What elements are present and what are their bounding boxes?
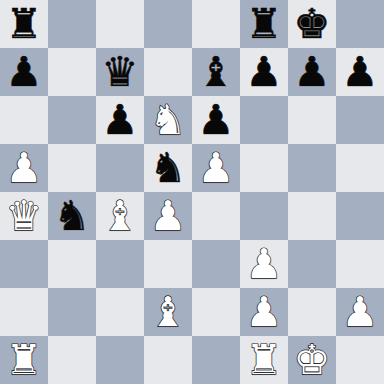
square-b3[interactable] bbox=[48, 240, 96, 288]
square-h5[interactable] bbox=[336, 144, 384, 192]
square-c5[interactable] bbox=[96, 144, 144, 192]
square-a3[interactable] bbox=[0, 240, 48, 288]
square-g4[interactable] bbox=[288, 192, 336, 240]
black-pawn[interactable]: ♟ bbox=[246, 48, 283, 96]
square-a5[interactable]: ♟ bbox=[0, 144, 48, 192]
square-e4[interactable] bbox=[192, 192, 240, 240]
square-g8[interactable]: ♚ bbox=[288, 0, 336, 48]
square-h7[interactable]: ♟ bbox=[336, 48, 384, 96]
square-f7[interactable]: ♟ bbox=[240, 48, 288, 96]
square-d6[interactable]: ♞ bbox=[144, 96, 192, 144]
square-h8[interactable] bbox=[336, 0, 384, 48]
square-a4[interactable]: ♛ bbox=[0, 192, 48, 240]
square-d7[interactable] bbox=[144, 48, 192, 96]
white-rook[interactable]: ♜ bbox=[6, 336, 43, 384]
square-h4[interactable] bbox=[336, 192, 384, 240]
square-e7[interactable]: ♝ bbox=[192, 48, 240, 96]
square-f3[interactable]: ♟ bbox=[240, 240, 288, 288]
black-king[interactable]: ♚ bbox=[294, 0, 331, 48]
square-f8[interactable]: ♜ bbox=[240, 0, 288, 48]
square-f1[interactable]: ♜ bbox=[240, 336, 288, 384]
black-knight[interactable]: ♞ bbox=[54, 192, 91, 240]
white-pawn[interactable]: ♟ bbox=[198, 144, 235, 192]
square-b1[interactable] bbox=[48, 336, 96, 384]
black-queen[interactable]: ♛ bbox=[102, 48, 139, 96]
square-g3[interactable] bbox=[288, 240, 336, 288]
square-d4[interactable]: ♟ bbox=[144, 192, 192, 240]
square-b7[interactable] bbox=[48, 48, 96, 96]
square-d1[interactable] bbox=[144, 336, 192, 384]
square-c7[interactable]: ♛ bbox=[96, 48, 144, 96]
white-knight[interactable]: ♞ bbox=[150, 96, 187, 144]
square-c4[interactable]: ♝ bbox=[96, 192, 144, 240]
square-e1[interactable] bbox=[192, 336, 240, 384]
square-c6[interactable]: ♟ bbox=[96, 96, 144, 144]
square-e2[interactable] bbox=[192, 288, 240, 336]
square-d3[interactable] bbox=[144, 240, 192, 288]
square-f6[interactable] bbox=[240, 96, 288, 144]
square-a2[interactable] bbox=[0, 288, 48, 336]
black-rook[interactable]: ♜ bbox=[6, 0, 43, 48]
square-a1[interactable]: ♜ bbox=[0, 336, 48, 384]
square-h1[interactable] bbox=[336, 336, 384, 384]
black-pawn[interactable]: ♟ bbox=[294, 48, 331, 96]
white-rook[interactable]: ♜ bbox=[246, 336, 283, 384]
square-e8[interactable] bbox=[192, 0, 240, 48]
white-pawn[interactable]: ♟ bbox=[246, 288, 283, 336]
square-a6[interactable] bbox=[0, 96, 48, 144]
square-b4[interactable]: ♞ bbox=[48, 192, 96, 240]
square-a7[interactable]: ♟ bbox=[0, 48, 48, 96]
square-b6[interactable] bbox=[48, 96, 96, 144]
square-a8[interactable]: ♜ bbox=[0, 0, 48, 48]
square-b2[interactable] bbox=[48, 288, 96, 336]
black-rook[interactable]: ♜ bbox=[246, 0, 283, 48]
square-d8[interactable] bbox=[144, 0, 192, 48]
square-e3[interactable] bbox=[192, 240, 240, 288]
square-g6[interactable] bbox=[288, 96, 336, 144]
white-bishop[interactable]: ♝ bbox=[102, 192, 139, 240]
black-knight[interactable]: ♞ bbox=[150, 144, 187, 192]
white-king[interactable]: ♚ bbox=[294, 336, 331, 384]
square-b5[interactable] bbox=[48, 144, 96, 192]
black-bishop[interactable]: ♝ bbox=[198, 48, 235, 96]
black-pawn[interactable]: ♟ bbox=[6, 48, 43, 96]
square-g5[interactable] bbox=[288, 144, 336, 192]
white-pawn[interactable]: ♟ bbox=[150, 192, 187, 240]
square-c1[interactable] bbox=[96, 336, 144, 384]
white-pawn[interactable]: ♟ bbox=[246, 240, 283, 288]
square-h6[interactable] bbox=[336, 96, 384, 144]
square-f2[interactable]: ♟ bbox=[240, 288, 288, 336]
square-g7[interactable]: ♟ bbox=[288, 48, 336, 96]
white-bishop[interactable]: ♝ bbox=[150, 288, 187, 336]
square-e6[interactable]: ♟ bbox=[192, 96, 240, 144]
square-d5[interactable]: ♞ bbox=[144, 144, 192, 192]
square-c8[interactable] bbox=[96, 0, 144, 48]
black-pawn[interactable]: ♟ bbox=[198, 96, 235, 144]
square-h2[interactable]: ♟ bbox=[336, 288, 384, 336]
square-e5[interactable]: ♟ bbox=[192, 144, 240, 192]
square-d2[interactable]: ♝ bbox=[144, 288, 192, 336]
black-pawn[interactable]: ♟ bbox=[102, 96, 139, 144]
square-c3[interactable] bbox=[96, 240, 144, 288]
square-g1[interactable]: ♚ bbox=[288, 336, 336, 384]
chess-board: ♜♜♚♟♛♝♟♟♟♟♞♟♟♞♟♛♞♝♟♟♝♟♟♜♜♚ bbox=[0, 0, 384, 384]
square-f4[interactable] bbox=[240, 192, 288, 240]
black-pawn[interactable]: ♟ bbox=[342, 48, 379, 96]
square-c2[interactable] bbox=[96, 288, 144, 336]
white-queen[interactable]: ♛ bbox=[6, 192, 43, 240]
white-pawn[interactable]: ♟ bbox=[6, 144, 43, 192]
white-pawn[interactable]: ♟ bbox=[342, 288, 379, 336]
square-g2[interactable] bbox=[288, 288, 336, 336]
square-f5[interactable] bbox=[240, 144, 288, 192]
square-b8[interactable] bbox=[48, 0, 96, 48]
square-h3[interactable] bbox=[336, 240, 384, 288]
